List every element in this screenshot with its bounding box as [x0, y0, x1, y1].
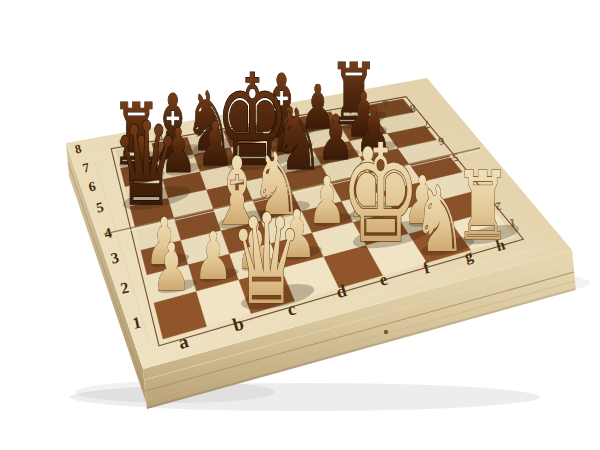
chessboard-photo: abcdefgh12345678hgfedcba12345678♜♝♞♝♟♜♟♟… [0, 0, 600, 450]
box-clasp-dot [384, 330, 388, 334]
piece-white-pawn-a2: ♟ [152, 228, 191, 305]
piece-white-queen-c1: ♛ [230, 187, 304, 332]
piece-white-rook-h1: ♜ [455, 151, 511, 262]
photo-stage: abcdefgh12345678hgfedcba12345678♜♝♞♝♟♜♟♟… [0, 0, 600, 450]
piece-white-pawn-b2: ♟ [194, 217, 233, 294]
